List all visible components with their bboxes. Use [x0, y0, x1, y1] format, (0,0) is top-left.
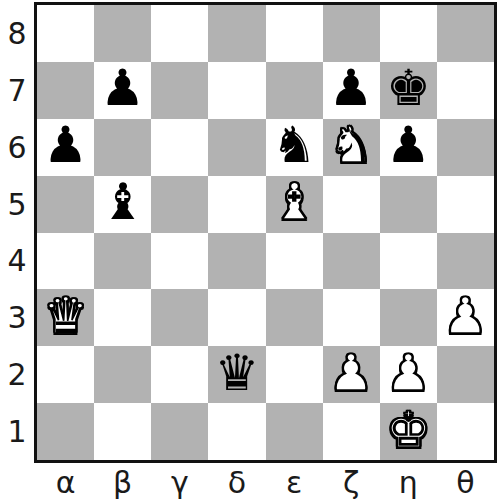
square-a2[interactable] [37, 346, 94, 403]
rank-label-8: 8 [0, 5, 34, 62]
square-c3[interactable] [151, 289, 208, 346]
square-b7[interactable]: ♟ [94, 62, 151, 119]
rank-label-2: 2 [0, 346, 34, 403]
square-c8[interactable] [151, 5, 208, 62]
square-d8[interactable] [208, 5, 265, 62]
square-e6[interactable]: ♞ [266, 119, 323, 176]
black-knight-piece: ♞ [272, 120, 317, 170]
chess-board: ♟♟♚♟♞♞♟♝♝♛♟♛♟♟♚ [34, 2, 497, 463]
square-d4[interactable] [208, 233, 265, 290]
square-g1[interactable]: ♚ [380, 403, 437, 460]
white-knight-piece: ♞ [329, 120, 374, 170]
file-label-g: η [380, 463, 437, 500]
black-pawn-piece: ♟ [386, 120, 431, 170]
square-h8[interactable] [437, 5, 494, 62]
black-pawn-piece: ♟ [329, 63, 374, 113]
square-h4[interactable] [437, 233, 494, 290]
white-pawn-piece: ♟ [386, 348, 431, 398]
square-h7[interactable] [437, 62, 494, 119]
rank-label-7: 7 [0, 62, 34, 119]
square-f1[interactable] [323, 403, 380, 460]
square-d3[interactable] [208, 289, 265, 346]
white-queen-piece: ♛ [43, 291, 88, 341]
square-a8[interactable] [37, 5, 94, 62]
square-h5[interactable] [437, 176, 494, 233]
square-a3[interactable]: ♛ [37, 289, 94, 346]
white-bishop-piece: ♝ [272, 177, 317, 227]
rank-label-4: 4 [0, 233, 34, 290]
square-a4[interactable] [37, 233, 94, 290]
square-e3[interactable] [266, 289, 323, 346]
white-pawn-piece: ♟ [329, 348, 374, 398]
rank-labels: 87654321 [0, 5, 34, 460]
square-c1[interactable] [151, 403, 208, 460]
square-f7[interactable]: ♟ [323, 62, 380, 119]
file-label-c: γ [151, 463, 208, 500]
square-f8[interactable] [323, 5, 380, 62]
square-h2[interactable] [437, 346, 494, 403]
square-b3[interactable] [94, 289, 151, 346]
square-d2[interactable]: ♛ [208, 346, 265, 403]
square-d6[interactable] [208, 119, 265, 176]
square-g8[interactable] [380, 5, 437, 62]
square-g6[interactable]: ♟ [380, 119, 437, 176]
square-a6[interactable]: ♟ [37, 119, 94, 176]
file-label-b: β [94, 463, 151, 500]
square-c2[interactable] [151, 346, 208, 403]
square-e4[interactable] [266, 233, 323, 290]
file-label-e: ε [266, 463, 323, 500]
square-c5[interactable] [151, 176, 208, 233]
rank-label-1: 1 [0, 403, 34, 460]
file-label-h: θ [437, 463, 494, 500]
black-bishop-piece: ♝ [100, 177, 145, 227]
square-h3[interactable]: ♟ [437, 289, 494, 346]
white-pawn-piece: ♟ [443, 291, 488, 341]
rank-label-6: 6 [0, 119, 34, 176]
square-f2[interactable]: ♟ [323, 346, 380, 403]
square-b2[interactable] [94, 346, 151, 403]
rank-label-5: 5 [0, 176, 34, 233]
square-f4[interactable] [323, 233, 380, 290]
square-b1[interactable] [94, 403, 151, 460]
square-f5[interactable] [323, 176, 380, 233]
square-e1[interactable] [266, 403, 323, 460]
square-d5[interactable] [208, 176, 265, 233]
square-g7[interactable]: ♚ [380, 62, 437, 119]
square-h1[interactable] [437, 403, 494, 460]
black-king-piece: ♚ [386, 63, 431, 113]
square-h6[interactable] [437, 119, 494, 176]
file-labels: αβγδεζηθ [37, 463, 494, 499]
square-e7[interactable] [266, 62, 323, 119]
square-g5[interactable] [380, 176, 437, 233]
square-c6[interactable] [151, 119, 208, 176]
square-g3[interactable] [380, 289, 437, 346]
square-a1[interactable] [37, 403, 94, 460]
white-king-piece: ♚ [386, 405, 431, 455]
square-b8[interactable] [94, 5, 151, 62]
black-pawn-piece: ♟ [100, 63, 145, 113]
square-f3[interactable] [323, 289, 380, 346]
square-g4[interactable] [380, 233, 437, 290]
file-label-f: ζ [323, 463, 380, 500]
square-f6[interactable]: ♞ [323, 119, 380, 176]
rank-label-3: 3 [0, 289, 34, 346]
square-b5[interactable]: ♝ [94, 176, 151, 233]
chess-diagram: 87654321 ♟♟♚♟♞♞♟♝♝♛♟♛♟♟♚ αβγδεζηθ [0, 0, 500, 500]
square-d1[interactable] [208, 403, 265, 460]
square-e5[interactable]: ♝ [266, 176, 323, 233]
square-e2[interactable] [266, 346, 323, 403]
square-b4[interactable] [94, 233, 151, 290]
black-pawn-piece: ♟ [43, 120, 88, 170]
square-a5[interactable] [37, 176, 94, 233]
square-e8[interactable] [266, 5, 323, 62]
black-queen-piece: ♛ [215, 348, 260, 398]
square-c4[interactable] [151, 233, 208, 290]
square-a7[interactable] [37, 62, 94, 119]
square-b6[interactable] [94, 119, 151, 176]
square-g2[interactable]: ♟ [380, 346, 437, 403]
square-d7[interactable] [208, 62, 265, 119]
file-label-a: α [37, 463, 94, 500]
file-label-d: δ [208, 463, 265, 500]
square-c7[interactable] [151, 62, 208, 119]
